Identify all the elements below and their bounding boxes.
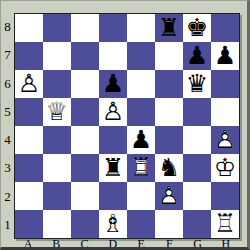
square-d8[interactable] [99,14,127,42]
file-label-f: F [155,239,183,250]
square-e3[interactable]: ♜♖ [127,154,155,182]
piece-black-queen: ♛ [183,70,211,98]
piece-white-pawn: ♟♙ [211,126,239,154]
square-h1[interactable]: ♜♖ [211,210,239,238]
piece-white-rook: ♜♖ [211,210,239,238]
file-label-h: H [212,239,240,250]
square-g1[interactable] [183,210,211,238]
square-h2[interactable] [211,182,239,210]
square-a2[interactable] [15,182,43,210]
rank-labels: 87654321 [1,13,14,239]
square-f7[interactable] [155,42,183,70]
square-f8[interactable]: ♜ [155,14,183,42]
square-c8[interactable] [71,14,99,42]
chess-diagram: 87654321 ♜♚♟♟♟♙♟♛♛♕♟♙♟♟♙♜♜♖♞♚♔♟♙♝♗♜♖ ABC… [0,0,250,250]
square-h5[interactable] [211,98,239,126]
file-label-b: B [42,239,70,250]
piece-white-pawn: ♟♙ [15,70,43,98]
piece-white-king: ♚♔ [211,154,239,182]
square-d7[interactable] [99,42,127,70]
square-h7[interactable]: ♟ [211,42,239,70]
file-label-g: G [184,239,212,250]
square-c1[interactable] [71,210,99,238]
square-a3[interactable] [15,154,43,182]
square-a5[interactable] [15,98,43,126]
file-label-c: C [71,239,99,250]
piece-white-pawn: ♟♙ [155,182,183,210]
rank-label-7: 7 [1,41,14,69]
square-a7[interactable] [15,42,43,70]
square-d5[interactable]: ♟♙ [99,98,127,126]
rank-label-6: 6 [1,70,14,98]
square-f6[interactable] [155,70,183,98]
file-label-e: E [127,239,155,250]
square-f2[interactable]: ♟♙ [155,182,183,210]
piece-black-rook: ♜ [155,14,183,42]
rank-label-5: 5 [1,98,14,126]
square-a1[interactable] [15,210,43,238]
square-g6[interactable]: ♛ [183,70,211,98]
square-f3[interactable]: ♞ [155,154,183,182]
square-c6[interactable] [71,70,99,98]
file-label-a: A [14,239,42,250]
rank-label-3: 3 [1,154,14,182]
piece-white-queen: ♛♕ [43,98,71,126]
square-c3[interactable] [71,154,99,182]
square-b4[interactable] [43,126,71,154]
piece-black-king: ♚ [183,14,211,42]
square-g2[interactable] [183,182,211,210]
piece-black-pawn: ♟ [99,70,127,98]
square-e7[interactable] [127,42,155,70]
piece-black-pawn: ♟ [211,42,239,70]
square-b1[interactable] [43,210,71,238]
square-e8[interactable] [127,14,155,42]
square-e1[interactable] [127,210,155,238]
square-b5[interactable]: ♛♕ [43,98,71,126]
square-e4[interactable]: ♟ [127,126,155,154]
square-a4[interactable] [15,126,43,154]
square-f5[interactable] [155,98,183,126]
square-e2[interactable] [127,182,155,210]
piece-black-rook: ♜ [99,154,127,182]
square-e5[interactable] [127,98,155,126]
square-c5[interactable] [71,98,99,126]
file-label-d: D [99,239,127,250]
square-d6[interactable]: ♟ [99,70,127,98]
square-d4[interactable] [99,126,127,154]
square-e6[interactable] [127,70,155,98]
square-a8[interactable] [15,14,43,42]
piece-black-knight: ♞ [155,154,183,182]
square-g5[interactable] [183,98,211,126]
square-h4[interactable]: ♟♙ [211,126,239,154]
square-f1[interactable] [155,210,183,238]
piece-white-bishop: ♝♗ [99,210,127,238]
piece-white-pawn: ♟♙ [99,98,127,126]
square-c2[interactable] [71,182,99,210]
square-d2[interactable] [99,182,127,210]
square-d3[interactable]: ♜ [99,154,127,182]
square-g8[interactable]: ♚ [183,14,211,42]
rank-label-2: 2 [1,183,14,211]
square-c4[interactable] [71,126,99,154]
square-g3[interactable] [183,154,211,182]
square-b7[interactable] [43,42,71,70]
square-h8[interactable] [211,14,239,42]
piece-white-rook: ♜♖ [127,154,155,182]
rank-label-8: 8 [1,13,14,41]
piece-black-pawn: ♟ [183,42,211,70]
square-g7[interactable]: ♟ [183,42,211,70]
square-b3[interactable] [43,154,71,182]
square-f4[interactable] [155,126,183,154]
square-a6[interactable]: ♟♙ [15,70,43,98]
square-g4[interactable] [183,126,211,154]
square-b2[interactable] [43,182,71,210]
square-c7[interactable] [71,42,99,70]
square-b6[interactable] [43,70,71,98]
rank-label-1: 1 [1,211,14,239]
file-labels: ABCDEFGH [14,239,240,250]
square-h3[interactable]: ♚♔ [211,154,239,182]
square-d1[interactable]: ♝♗ [99,210,127,238]
square-h6[interactable] [211,70,239,98]
chess-board: ♜♚♟♟♟♙♟♛♛♕♟♙♟♟♙♜♜♖♞♚♔♟♙♝♗♜♖ [14,13,240,239]
rank-label-4: 4 [1,126,14,154]
piece-black-pawn: ♟ [127,126,155,154]
square-b8[interactable] [43,14,71,42]
